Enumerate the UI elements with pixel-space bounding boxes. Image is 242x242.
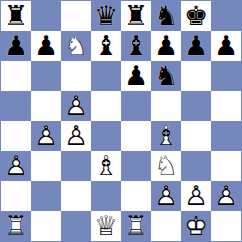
square-f6[interactable]: ♞ — [151, 61, 181, 91]
white-pawn-icon: ♟♙ — [61, 121, 91, 151]
square-f7[interactable]: ♟ — [151, 31, 181, 61]
square-e4[interactable] — [121, 121, 151, 151]
square-h4[interactable] — [211, 121, 241, 151]
square-c1[interactable] — [61, 211, 91, 241]
square-f2[interactable]: ♟♙ — [151, 181, 181, 211]
square-h5[interactable] — [211, 91, 241, 121]
square-c2[interactable] — [61, 181, 91, 211]
square-a2[interactable] — [1, 181, 31, 211]
white-bishop-icon: ♝♗ — [151, 121, 181, 151]
white-king-icon: ♚♔ — [181, 211, 211, 241]
black-knight-icon: ♞ — [151, 1, 181, 31]
square-g6[interactable] — [181, 61, 211, 91]
white-bishop-outline: ♗ — [91, 151, 121, 181]
square-g2[interactable]: ♟♙ — [181, 181, 211, 211]
square-a3[interactable]: ♟♙ — [1, 151, 31, 181]
square-f4[interactable]: ♝♗ — [151, 121, 181, 151]
black-bishop-icon: ♝ — [121, 31, 151, 61]
black-queen-icon: ♛ — [91, 1, 121, 31]
black-bishop-fill: ♝ — [121, 31, 151, 61]
square-e8[interactable]: ♜ — [121, 1, 151, 31]
square-a5[interactable] — [1, 91, 31, 121]
black-pawn-icon: ♟ — [151, 31, 181, 61]
square-f3[interactable]: ♞♘ — [151, 151, 181, 181]
square-g8[interactable]: ♚ — [181, 1, 211, 31]
square-h2[interactable]: ♟♙ — [211, 181, 241, 211]
square-d2[interactable] — [91, 181, 121, 211]
square-a6[interactable] — [1, 61, 31, 91]
black-rook-icon: ♜ — [121, 1, 151, 31]
square-c4[interactable]: ♟♙ — [61, 121, 91, 151]
black-pawn-fill: ♟ — [121, 61, 151, 91]
square-a4[interactable] — [1, 121, 31, 151]
chess-diagram: ♜♛♜♞♚♟♟♞♘♝♝♟♟♟♟♞♟♙♟♙♟♙♝♗♟♙♝♗♞♘♟♙♟♙♟♙♜♖♛♕… — [0, 0, 242, 242]
square-f1[interactable] — [151, 211, 181, 241]
square-h6[interactable] — [211, 61, 241, 91]
square-c6[interactable] — [61, 61, 91, 91]
square-e3[interactable] — [121, 151, 151, 181]
black-pawn-fill: ♟ — [31, 31, 61, 61]
square-h1[interactable] — [211, 211, 241, 241]
black-bishop-fill: ♝ — [91, 31, 121, 61]
white-pawn-outline: ♙ — [211, 181, 241, 211]
square-d1[interactable]: ♛♕ — [91, 211, 121, 241]
square-d6[interactable] — [91, 61, 121, 91]
white-rook-icon: ♜♖ — [121, 211, 151, 241]
square-a1[interactable]: ♜♖ — [1, 211, 31, 241]
white-pawn-outline: ♙ — [181, 181, 211, 211]
square-g4[interactable] — [181, 121, 211, 151]
square-g7[interactable]: ♟ — [181, 31, 211, 61]
square-c3[interactable] — [61, 151, 91, 181]
black-rook-fill: ♜ — [121, 1, 151, 31]
square-c7[interactable]: ♞♘ — [61, 31, 91, 61]
white-knight-outline: ♘ — [61, 31, 91, 61]
black-pawn-icon: ♟ — [31, 31, 61, 61]
black-knight-fill: ♞ — [151, 61, 181, 91]
white-knight-icon: ♞♘ — [151, 151, 181, 181]
square-g5[interactable] — [181, 91, 211, 121]
square-g1[interactable]: ♚♔ — [181, 211, 211, 241]
square-d8[interactable]: ♛ — [91, 1, 121, 31]
black-pawn-fill: ♟ — [181, 31, 211, 61]
white-pawn-icon: ♟♙ — [181, 181, 211, 211]
square-f8[interactable]: ♞ — [151, 1, 181, 31]
black-bishop-icon: ♝ — [91, 31, 121, 61]
square-b5[interactable] — [31, 91, 61, 121]
white-pawn-outline: ♙ — [61, 121, 91, 151]
square-b7[interactable]: ♟ — [31, 31, 61, 61]
black-queen-fill: ♛ — [91, 1, 121, 31]
black-pawn-fill: ♟ — [151, 31, 181, 61]
white-rook-outline: ♖ — [1, 211, 31, 241]
square-d5[interactable] — [91, 91, 121, 121]
square-b8[interactable] — [31, 1, 61, 31]
square-g3[interactable] — [181, 151, 211, 181]
black-pawn-icon: ♟ — [181, 31, 211, 61]
black-pawn-fill: ♟ — [211, 31, 241, 61]
black-rook-fill: ♜ — [1, 1, 31, 31]
square-e5[interactable] — [121, 91, 151, 121]
black-pawn-fill: ♟ — [1, 31, 31, 61]
black-pawn-icon: ♟ — [211, 31, 241, 61]
square-h3[interactable] — [211, 151, 241, 181]
white-queen-icon: ♛♕ — [91, 211, 121, 241]
black-knight-fill: ♞ — [151, 1, 181, 31]
white-pawn-outline: ♙ — [61, 91, 91, 121]
black-rook-icon: ♜ — [1, 1, 31, 31]
square-h8[interactable] — [211, 1, 241, 31]
square-e6[interactable]: ♟ — [121, 61, 151, 91]
white-pawn-icon: ♟♙ — [1, 151, 31, 181]
black-king-fill: ♚ — [181, 1, 211, 31]
white-pawn-icon: ♟♙ — [31, 121, 61, 151]
square-d4[interactable] — [91, 121, 121, 151]
square-a7[interactable]: ♟ — [1, 31, 31, 61]
black-king-icon: ♚ — [181, 1, 211, 31]
white-bishop-outline: ♗ — [151, 121, 181, 151]
white-knight-outline: ♘ — [151, 151, 181, 181]
white-pawn-outline: ♙ — [1, 151, 31, 181]
white-rook-icon: ♜♖ — [1, 211, 31, 241]
black-pawn-icon: ♟ — [121, 61, 151, 91]
square-e1[interactable]: ♜♖ — [121, 211, 151, 241]
square-e2[interactable] — [121, 181, 151, 211]
square-d3[interactable]: ♝♗ — [91, 151, 121, 181]
square-e7[interactable]: ♝ — [121, 31, 151, 61]
white-queen-outline: ♕ — [91, 211, 121, 241]
square-c5[interactable]: ♟♙ — [61, 91, 91, 121]
chess-board: ♜♛♜♞♚♟♟♞♘♝♝♟♟♟♟♞♟♙♟♙♟♙♝♗♟♙♝♗♞♘♟♙♟♙♟♙♜♖♛♕… — [0, 0, 242, 242]
square-b2[interactable] — [31, 181, 61, 211]
white-pawn-outline: ♙ — [31, 121, 61, 151]
square-b4[interactable]: ♟♙ — [31, 121, 61, 151]
square-d7[interactable]: ♝ — [91, 31, 121, 61]
square-c8[interactable] — [61, 1, 91, 31]
white-pawn-icon: ♟♙ — [211, 181, 241, 211]
white-pawn-outline: ♙ — [151, 181, 181, 211]
white-knight-icon: ♞♘ — [61, 31, 91, 61]
square-b6[interactable] — [31, 61, 61, 91]
black-pawn-icon: ♟ — [1, 31, 31, 61]
white-bishop-icon: ♝♗ — [91, 151, 121, 181]
square-b3[interactable] — [31, 151, 61, 181]
white-rook-outline: ♖ — [121, 211, 151, 241]
white-king-outline: ♔ — [181, 211, 211, 241]
black-knight-icon: ♞ — [151, 61, 181, 91]
white-pawn-icon: ♟♙ — [151, 181, 181, 211]
square-f5[interactable] — [151, 91, 181, 121]
square-h7[interactable]: ♟ — [211, 31, 241, 61]
white-pawn-icon: ♟♙ — [61, 91, 91, 121]
square-a8[interactable]: ♜ — [1, 1, 31, 31]
square-b1[interactable] — [31, 211, 61, 241]
